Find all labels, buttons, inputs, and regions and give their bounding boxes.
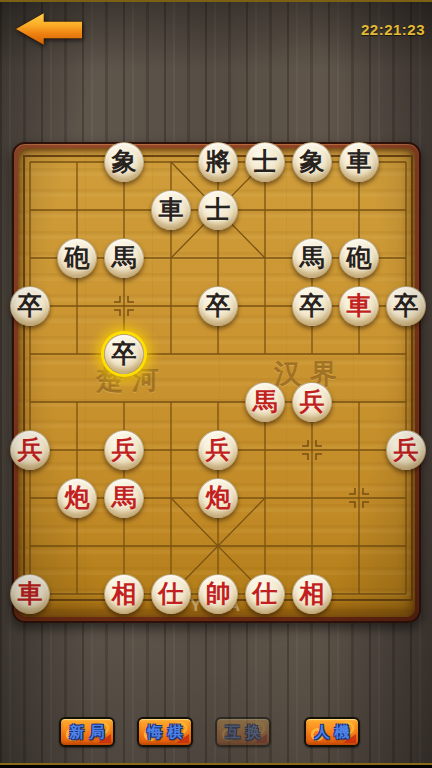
piece-black-b[interactable]: 象 <box>104 142 144 182</box>
piece-red-R[interactable]: 車 <box>339 286 379 326</box>
piece-black-c[interactable]: 砲 <box>339 238 379 278</box>
piece-black-p[interactable]: 卒 <box>386 286 426 326</box>
new-game-button[interactable]: 新局 <box>59 717 115 747</box>
piece-black-a[interactable]: 士 <box>198 190 238 230</box>
piece-red-B[interactable]: 相 <box>292 574 332 614</box>
piece-black-p[interactable]: 卒 <box>198 286 238 326</box>
piece-glyph: 馬 <box>253 389 278 414</box>
piece-black-r[interactable]: 車 <box>339 142 379 182</box>
piece-glyph: 象 <box>300 149 325 174</box>
piece-black-a[interactable]: 士 <box>245 142 285 182</box>
piece-red-B[interactable]: 相 <box>104 574 144 614</box>
piece-glyph: 車 <box>347 293 372 318</box>
bottom-edge-bar <box>0 763 432 768</box>
vs-ai-label: 人機 <box>310 723 355 742</box>
piece-glyph: 炮 <box>65 485 90 510</box>
swap-sides-button[interactable]: 互换 <box>215 717 271 747</box>
piece-red-P[interactable]: 兵 <box>198 430 238 470</box>
piece-glyph: 馬 <box>112 485 137 510</box>
piece-red-C[interactable]: 炮 <box>198 478 238 518</box>
piece-red-A[interactable]: 仕 <box>245 574 285 614</box>
piece-black-n[interactable]: 馬 <box>104 238 144 278</box>
swap-sides-label: 互换 <box>221 723 266 742</box>
piece-red-R[interactable]: 車 <box>10 574 50 614</box>
piece-glyph: 卒 <box>18 293 43 318</box>
piece-black-c[interactable]: 砲 <box>57 238 97 278</box>
piece-glyph: 卒 <box>206 293 231 318</box>
piece-red-P[interactable]: 兵 <box>104 430 144 470</box>
top-edge-line <box>0 0 432 2</box>
piece-glyph: 馬 <box>300 245 325 270</box>
piece-glyph: 砲 <box>65 245 90 270</box>
piece-black-p[interactable]: 卒 <box>292 286 332 326</box>
piece-glyph: 車 <box>159 197 184 222</box>
undo-label: 悔棋 <box>143 723 188 742</box>
piece-red-A[interactable]: 仕 <box>151 574 191 614</box>
xiangqi-board[interactable]: 楚河 汉界 YG A 象將士象車車士砲馬馬砲卒卒卒車卒卒馬兵兵兵兵兵炮馬炮車相仕… <box>12 142 421 623</box>
piece-red-P[interactable]: 兵 <box>10 430 50 470</box>
vs-ai-button[interactable]: 人機 <box>304 717 360 747</box>
piece-glyph: 兵 <box>300 389 325 414</box>
piece-glyph: 相 <box>300 581 325 606</box>
piece-glyph: 仕 <box>159 581 184 606</box>
piece-glyph: 馬 <box>112 245 137 270</box>
piece-glyph: 卒 <box>300 293 325 318</box>
new-game-label: 新局 <box>65 723 110 742</box>
piece-glyph: 砲 <box>347 245 372 270</box>
piece-red-P[interactable]: 兵 <box>386 430 426 470</box>
piece-red-C[interactable]: 炮 <box>57 478 97 518</box>
piece-glyph: 兵 <box>112 437 137 462</box>
piece-glyph: 士 <box>206 197 231 222</box>
piece-glyph: 卒 <box>394 293 419 318</box>
piece-glyph: 仕 <box>253 581 278 606</box>
piece-glyph: 車 <box>18 581 43 606</box>
piece-glyph: 兵 <box>394 437 419 462</box>
back-button[interactable] <box>16 11 82 47</box>
piece-glyph: 帥 <box>206 581 231 606</box>
piece-black-n[interactable]: 馬 <box>292 238 332 278</box>
piece-glyph: 兵 <box>206 437 231 462</box>
piece-red-K[interactable]: 帥 <box>198 574 238 614</box>
piece-black-k[interactable]: 將 <box>198 142 238 182</box>
piece-red-N[interactable]: 馬 <box>104 478 144 518</box>
piece-glyph: 車 <box>347 149 372 174</box>
piece-glyph: 將 <box>206 149 231 174</box>
piece-black-p[interactable]: 卒 <box>104 334 144 374</box>
back-arrow-icon <box>16 11 82 47</box>
piece-red-N[interactable]: 馬 <box>245 382 285 422</box>
piece-glyph: 士 <box>253 149 278 174</box>
piece-black-p[interactable]: 卒 <box>10 286 50 326</box>
piece-glyph: 炮 <box>206 485 231 510</box>
piece-black-r[interactable]: 車 <box>151 190 191 230</box>
clock: 22:21:23 <box>361 21 425 38</box>
piece-glyph: 兵 <box>18 437 43 462</box>
undo-button[interactable]: 悔棋 <box>137 717 193 747</box>
piece-red-P[interactable]: 兵 <box>292 382 332 422</box>
piece-glyph: 卒 <box>112 341 137 366</box>
piece-glyph: 象 <box>112 149 137 174</box>
piece-black-b[interactable]: 象 <box>292 142 332 182</box>
piece-glyph: 相 <box>112 581 137 606</box>
